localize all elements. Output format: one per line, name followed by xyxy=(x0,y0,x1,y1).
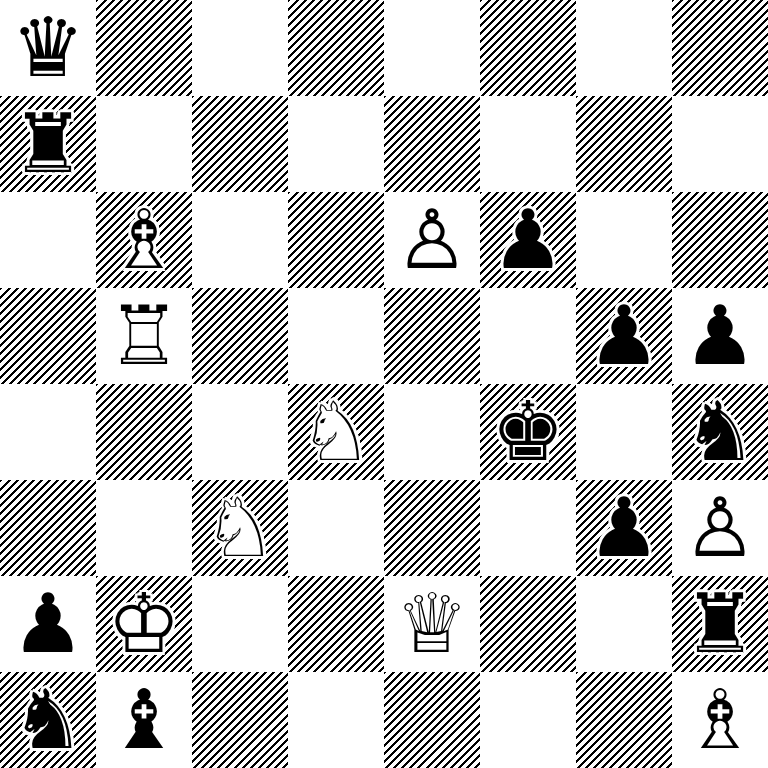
square-h7[interactable] xyxy=(672,96,768,192)
black-bishop-glyph: ♝ xyxy=(96,672,192,768)
square-h1[interactable]: ♝♗ xyxy=(672,672,768,768)
square-b8[interactable] xyxy=(96,0,192,96)
square-c7[interactable] xyxy=(192,96,288,192)
square-d2[interactable] xyxy=(288,576,384,672)
piece-black-pawn[interactable]: ♟♟ xyxy=(0,576,96,672)
square-c8[interactable] xyxy=(192,0,288,96)
square-f6[interactable]: ♟♟ xyxy=(480,192,576,288)
square-d6[interactable] xyxy=(288,192,384,288)
square-d1[interactable] xyxy=(288,672,384,768)
black-pawn-glyph: ♟ xyxy=(576,480,672,576)
square-h2[interactable]: ♜♜ xyxy=(672,576,768,672)
square-b5[interactable]: ♜♖ xyxy=(96,288,192,384)
square-d5[interactable] xyxy=(288,288,384,384)
square-e4[interactable] xyxy=(384,384,480,480)
piece-black-knight[interactable]: ♞♞ xyxy=(672,384,768,480)
square-e5[interactable] xyxy=(384,288,480,384)
piece-black-pawn[interactable]: ♟♟ xyxy=(576,288,672,384)
piece-black-knight[interactable]: ♞♞ xyxy=(0,672,96,768)
square-f2[interactable] xyxy=(480,576,576,672)
square-h6[interactable] xyxy=(672,192,768,288)
square-a8[interactable]: ♛♛ xyxy=(0,0,96,96)
white-knight-glyph: ♘ xyxy=(192,480,288,576)
black-rook-glyph: ♜ xyxy=(672,576,768,672)
square-c3[interactable]: ♞♘ xyxy=(192,480,288,576)
square-d7[interactable] xyxy=(288,96,384,192)
square-g2[interactable] xyxy=(576,576,672,672)
square-g6[interactable] xyxy=(576,192,672,288)
square-b1[interactable]: ♝♝ xyxy=(96,672,192,768)
square-b3[interactable] xyxy=(96,480,192,576)
piece-black-pawn[interactable]: ♟♟ xyxy=(480,192,576,288)
white-pawn-glyph: ♙ xyxy=(672,480,768,576)
black-pawn-glyph: ♟ xyxy=(480,192,576,288)
square-c2[interactable] xyxy=(192,576,288,672)
white-queen-glyph: ♕ xyxy=(384,576,480,672)
white-rook-glyph: ♖ xyxy=(96,288,192,384)
square-e7[interactable] xyxy=(384,96,480,192)
piece-white-rook[interactable]: ♜♖ xyxy=(96,288,192,384)
piece-black-king[interactable]: ♚♚ xyxy=(480,384,576,480)
square-f7[interactable] xyxy=(480,96,576,192)
chess-board: ♛♛♜♜♝♗♟♙♟♟♜♖♟♟♟♟♞♘♚♚♞♞♞♘♟♟♟♙♟♟♚♔♛♕♜♜♞♞♝♝… xyxy=(0,0,768,768)
square-b6[interactable]: ♝♗ xyxy=(96,192,192,288)
square-d3[interactable] xyxy=(288,480,384,576)
piece-white-king[interactable]: ♚♔ xyxy=(96,576,192,672)
piece-white-knight[interactable]: ♞♘ xyxy=(192,480,288,576)
square-a5[interactable] xyxy=(0,288,96,384)
square-e3[interactable] xyxy=(384,480,480,576)
piece-white-pawn[interactable]: ♟♙ xyxy=(672,480,768,576)
square-c4[interactable] xyxy=(192,384,288,480)
black-pawn-glyph: ♟ xyxy=(576,288,672,384)
black-rook-glyph: ♜ xyxy=(0,96,96,192)
square-b2[interactable]: ♚♔ xyxy=(96,576,192,672)
black-pawn-glyph: ♟ xyxy=(672,288,768,384)
white-king-glyph: ♔ xyxy=(96,576,192,672)
square-f5[interactable] xyxy=(480,288,576,384)
square-e2[interactable]: ♛♕ xyxy=(384,576,480,672)
square-e1[interactable] xyxy=(384,672,480,768)
white-knight-glyph: ♘ xyxy=(288,384,384,480)
square-h3[interactable]: ♟♙ xyxy=(672,480,768,576)
black-king-glyph: ♚ xyxy=(480,384,576,480)
black-queen-glyph: ♛ xyxy=(0,0,96,96)
piece-black-bishop[interactable]: ♝♝ xyxy=(96,672,192,768)
black-knight-glyph: ♞ xyxy=(0,672,96,768)
square-f4[interactable]: ♚♚ xyxy=(480,384,576,480)
piece-black-rook[interactable]: ♜♜ xyxy=(672,576,768,672)
square-a2[interactable]: ♟♟ xyxy=(0,576,96,672)
white-bishop-glyph: ♗ xyxy=(96,192,192,288)
square-d8[interactable] xyxy=(288,0,384,96)
square-a1[interactable]: ♞♞ xyxy=(0,672,96,768)
piece-black-pawn[interactable]: ♟♟ xyxy=(672,288,768,384)
black-pawn-glyph: ♟ xyxy=(0,576,96,672)
piece-white-pawn[interactable]: ♟♙ xyxy=(384,192,480,288)
square-e6[interactable]: ♟♙ xyxy=(384,192,480,288)
square-g4[interactable] xyxy=(576,384,672,480)
square-a3[interactable] xyxy=(0,480,96,576)
square-c6[interactable] xyxy=(192,192,288,288)
piece-white-knight[interactable]: ♞♘ xyxy=(288,384,384,480)
square-h5[interactable]: ♟♟ xyxy=(672,288,768,384)
square-f1[interactable] xyxy=(480,672,576,768)
piece-white-queen[interactable]: ♛♕ xyxy=(384,576,480,672)
square-a4[interactable] xyxy=(0,384,96,480)
square-a6[interactable] xyxy=(0,192,96,288)
square-g3[interactable]: ♟♟ xyxy=(576,480,672,576)
square-c1[interactable] xyxy=(192,672,288,768)
square-g1[interactable] xyxy=(576,672,672,768)
square-h8[interactable] xyxy=(672,0,768,96)
piece-black-queen[interactable]: ♛♛ xyxy=(0,0,96,96)
piece-black-rook[interactable]: ♜♜ xyxy=(0,96,96,192)
piece-white-bishop[interactable]: ♝♗ xyxy=(96,192,192,288)
square-g5[interactable]: ♟♟ xyxy=(576,288,672,384)
square-b4[interactable] xyxy=(96,384,192,480)
square-h4[interactable]: ♞♞ xyxy=(672,384,768,480)
piece-white-bishop[interactable]: ♝♗ xyxy=(672,672,768,768)
square-c5[interactable] xyxy=(192,288,288,384)
black-knight-glyph: ♞ xyxy=(672,384,768,480)
square-a7[interactable]: ♜♜ xyxy=(0,96,96,192)
square-g7[interactable] xyxy=(576,96,672,192)
white-pawn-glyph: ♙ xyxy=(384,192,480,288)
square-g8[interactable] xyxy=(576,0,672,96)
square-b7[interactable] xyxy=(96,96,192,192)
square-e8[interactable] xyxy=(384,0,480,96)
white-bishop-glyph: ♗ xyxy=(672,672,768,768)
square-f3[interactable] xyxy=(480,480,576,576)
square-f8[interactable] xyxy=(480,0,576,96)
piece-black-pawn[interactable]: ♟♟ xyxy=(576,480,672,576)
square-d4[interactable]: ♞♘ xyxy=(288,384,384,480)
